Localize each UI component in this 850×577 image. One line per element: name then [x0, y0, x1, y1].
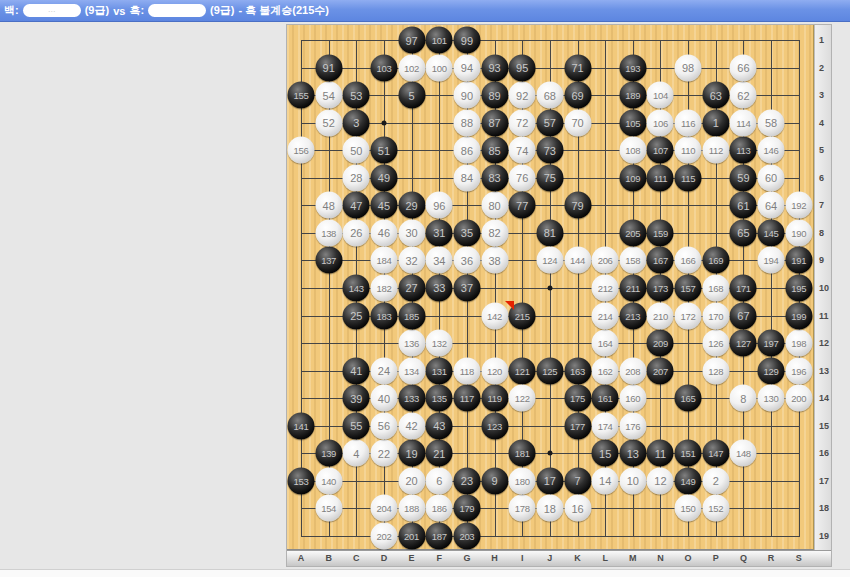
stone-59: 59 — [730, 164, 757, 191]
stone-71: 71 — [564, 54, 591, 81]
stone-157: 157 — [675, 274, 702, 301]
row-label-6: 6 — [819, 173, 824, 183]
stone-191: 191 — [785, 247, 812, 274]
stone-205: 205 — [619, 219, 646, 246]
stone-85: 85 — [481, 137, 508, 164]
stone-74: 74 — [509, 137, 536, 164]
stone-189: 189 — [619, 82, 646, 109]
vs-label: vs — [113, 5, 125, 17]
stone-155: 155 — [288, 82, 315, 109]
stone-134: 134 — [398, 357, 425, 384]
row-label-15: 15 — [819, 421, 829, 431]
stone-110: 110 — [675, 137, 702, 164]
stone-139: 139 — [315, 440, 342, 467]
stone-15: 15 — [592, 440, 619, 467]
stone-83: 83 — [481, 164, 508, 191]
stone-170: 170 — [702, 302, 729, 329]
row-label-10: 10 — [819, 283, 829, 293]
row-label-8: 8 — [819, 228, 824, 238]
row-label-7: 7 — [819, 200, 824, 210]
stone-56: 56 — [370, 412, 397, 439]
column-label-C: C — [353, 553, 360, 563]
stone-29: 29 — [398, 192, 425, 219]
stone-70: 70 — [564, 109, 591, 136]
stone-186: 186 — [426, 495, 453, 522]
stone-64: 64 — [758, 192, 785, 219]
stone-137: 137 — [315, 247, 342, 274]
stone-204: 204 — [370, 495, 397, 522]
stone-19: 19 — [398, 440, 425, 467]
stone-159: 159 — [647, 219, 674, 246]
white-player-label: 백: — [4, 3, 19, 18]
stone-108: 108 — [619, 137, 646, 164]
last-move-marker — [505, 301, 514, 310]
stone-167: 167 — [647, 247, 674, 274]
stone-142: 142 — [481, 302, 508, 329]
star-point — [381, 120, 386, 125]
stone-60: 60 — [758, 164, 785, 191]
stone-194: 194 — [758, 247, 785, 274]
stone-175: 175 — [564, 385, 591, 412]
stone-48: 48 — [315, 192, 342, 219]
stone-179: 179 — [453, 495, 480, 522]
stone-120: 120 — [481, 357, 508, 384]
stone-183: 183 — [370, 302, 397, 329]
row-label-4: 4 — [819, 118, 824, 128]
stone-77: 77 — [509, 192, 536, 219]
stone-57: 57 — [536, 109, 563, 136]
stone-180: 180 — [509, 467, 536, 494]
stone-26: 26 — [343, 219, 370, 246]
column-label-M: M — [629, 553, 637, 563]
stone-203: 203 — [453, 522, 480, 549]
stone-32: 32 — [398, 247, 425, 274]
column-label-F: F — [437, 553, 443, 563]
stone-41: 41 — [343, 357, 370, 384]
column-label-I: I — [521, 553, 524, 563]
redacted-black-player-name — [148, 4, 206, 17]
stone-112: 112 — [702, 137, 729, 164]
stone-163: 163 — [564, 357, 591, 384]
stone-153: 153 — [288, 467, 315, 494]
stone-141: 141 — [288, 412, 315, 439]
stone-116: 116 — [675, 109, 702, 136]
stone-103: 103 — [370, 54, 397, 81]
stone-65: 65 — [730, 219, 757, 246]
row-labels: 12345678910111213141516171819 — [814, 25, 831, 550]
stone-107: 107 — [647, 137, 674, 164]
stone-160: 160 — [619, 385, 646, 412]
stone-192: 192 — [785, 192, 812, 219]
stone-97: 97 — [398, 27, 425, 54]
stone-22: 22 — [370, 440, 397, 467]
bottom-page-strip — [0, 569, 850, 577]
stone-90: 90 — [453, 82, 480, 109]
row-label-16: 16 — [819, 448, 829, 458]
column-label-A: A — [298, 553, 305, 563]
stone-128: 128 — [702, 357, 729, 384]
stone-61: 61 — [730, 192, 757, 219]
stone-24: 24 — [370, 357, 397, 384]
stone-87: 87 — [481, 109, 508, 136]
game-result: - 흑 불계승(215수) — [239, 3, 329, 18]
stone-102: 102 — [398, 54, 425, 81]
stone-177: 177 — [564, 412, 591, 439]
stone-98: 98 — [675, 54, 702, 81]
stone-93: 93 — [481, 54, 508, 81]
black-player-label: 흑: — [129, 3, 144, 18]
stone-123: 123 — [481, 412, 508, 439]
stone-113: 113 — [730, 137, 757, 164]
stone-79: 79 — [564, 192, 591, 219]
stone-201: 201 — [398, 522, 425, 549]
stone-42: 42 — [398, 412, 425, 439]
stone-154: 154 — [315, 495, 342, 522]
stone-100: 100 — [426, 54, 453, 81]
stone-169: 169 — [702, 247, 729, 274]
stone-126: 126 — [702, 330, 729, 357]
stone-33: 33 — [426, 274, 453, 301]
stone-16: 16 — [564, 495, 591, 522]
stone-115: 115 — [675, 164, 702, 191]
stone-96: 96 — [426, 192, 453, 219]
stone-95: 95 — [509, 54, 536, 81]
column-label-S: S — [796, 553, 802, 563]
column-label-Q: Q — [740, 553, 747, 563]
stone-174: 174 — [592, 412, 619, 439]
stone-121: 121 — [509, 357, 536, 384]
stone-25: 25 — [343, 302, 370, 329]
stone-127: 127 — [730, 330, 757, 357]
stone-197: 197 — [758, 330, 785, 357]
stone-72: 72 — [509, 109, 536, 136]
stone-49: 49 — [370, 164, 397, 191]
stone-84: 84 — [453, 164, 480, 191]
stone-88: 88 — [453, 109, 480, 136]
stone-208: 208 — [619, 357, 646, 384]
stone-164: 164 — [592, 330, 619, 357]
stone-38: 38 — [481, 247, 508, 274]
stone-14: 14 — [592, 467, 619, 494]
stone-43: 43 — [426, 412, 453, 439]
stone-200: 200 — [785, 385, 812, 412]
stone-119: 119 — [481, 385, 508, 412]
stone-214: 214 — [592, 302, 619, 329]
column-label-E: E — [409, 553, 415, 563]
stone-45: 45 — [370, 192, 397, 219]
stone-172: 172 — [675, 302, 702, 329]
stone-147: 147 — [702, 440, 729, 467]
stone-2: 2 — [702, 467, 729, 494]
stone-51: 51 — [370, 137, 397, 164]
column-label-H: H — [491, 553, 498, 563]
stone-166: 166 — [675, 247, 702, 274]
stone-162: 162 — [592, 357, 619, 384]
stone-66: 66 — [730, 54, 757, 81]
stone-111: 111 — [647, 164, 674, 191]
stone-20: 20 — [398, 467, 425, 494]
stone-46: 46 — [370, 219, 397, 246]
stone-152: 152 — [702, 495, 729, 522]
stone-106: 106 — [647, 109, 674, 136]
stone-118: 118 — [453, 357, 480, 384]
stone-173: 173 — [647, 274, 674, 301]
stone-207: 207 — [647, 357, 674, 384]
stone-148: 148 — [730, 440, 757, 467]
row-label-19: 19 — [819, 531, 829, 541]
stone-10: 10 — [619, 467, 646, 494]
stone-4: 4 — [343, 440, 370, 467]
stone-17: 17 — [536, 467, 563, 494]
stone-130: 130 — [758, 385, 785, 412]
stone-184: 184 — [370, 247, 397, 274]
stone-140: 140 — [315, 467, 342, 494]
stone-92: 92 — [509, 82, 536, 109]
row-label-3: 3 — [819, 90, 824, 100]
stone-81: 81 — [536, 219, 563, 246]
stone-109: 109 — [619, 164, 646, 191]
stone-161: 161 — [592, 385, 619, 412]
star-point — [547, 451, 552, 456]
stone-182: 182 — [370, 274, 397, 301]
column-label-D: D — [381, 553, 388, 563]
stone-209: 209 — [647, 330, 674, 357]
stone-135: 135 — [426, 385, 453, 412]
stone-47: 47 — [343, 192, 370, 219]
title-bar: 백: … (9급) vs 흑: (9급) - 흑 불계승(215수) — [0, 0, 850, 22]
stone-187: 187 — [426, 522, 453, 549]
stone-18: 18 — [536, 495, 563, 522]
stone-213: 213 — [619, 302, 646, 329]
stone-89: 89 — [481, 82, 508, 109]
stone-86: 86 — [453, 137, 480, 164]
stone-58: 58 — [758, 109, 785, 136]
stone-151: 151 — [675, 440, 702, 467]
column-label-K: K — [574, 553, 581, 563]
stone-131: 131 — [426, 357, 453, 384]
go-board[interactable]: 1234567891011121314151617181920212223242… — [287, 25, 814, 550]
stone-210: 210 — [647, 302, 674, 329]
stone-21: 21 — [426, 440, 453, 467]
row-label-2: 2 — [819, 63, 824, 73]
stone-158: 158 — [619, 247, 646, 274]
stone-36: 36 — [453, 247, 480, 274]
stone-185: 185 — [398, 302, 425, 329]
stone-176: 176 — [619, 412, 646, 439]
stone-9: 9 — [481, 467, 508, 494]
stone-133: 133 — [398, 385, 425, 412]
stone-143: 143 — [343, 274, 370, 301]
stone-124: 124 — [536, 247, 563, 274]
white-player-rank: (9급) — [85, 3, 109, 18]
go-board-panel: 1234567891011121314151617181920212223242… — [286, 24, 832, 567]
stone-206: 206 — [592, 247, 619, 274]
row-label-5: 5 — [819, 145, 824, 155]
stone-105: 105 — [619, 109, 646, 136]
stone-7: 7 — [564, 467, 591, 494]
stone-40: 40 — [370, 385, 397, 412]
stone-202: 202 — [370, 522, 397, 549]
stone-104: 104 — [647, 82, 674, 109]
stone-31: 31 — [426, 219, 453, 246]
stone-190: 190 — [785, 219, 812, 246]
stone-146: 146 — [758, 137, 785, 164]
stone-39: 39 — [343, 385, 370, 412]
stone-138: 138 — [315, 219, 342, 246]
redacted-white-player-name: … — [23, 4, 81, 17]
star-point — [547, 285, 552, 290]
stone-11: 11 — [647, 440, 674, 467]
stone-80: 80 — [481, 192, 508, 219]
stone-28: 28 — [343, 164, 370, 191]
stone-195: 195 — [785, 274, 812, 301]
stone-178: 178 — [509, 495, 536, 522]
stone-55: 55 — [343, 412, 370, 439]
stone-12: 12 — [647, 467, 674, 494]
stone-125: 125 — [536, 357, 563, 384]
stone-5: 5 — [398, 82, 425, 109]
stone-35: 35 — [453, 219, 480, 246]
stone-6: 6 — [426, 467, 453, 494]
column-label-G: G — [463, 553, 470, 563]
stone-75: 75 — [536, 164, 563, 191]
stone-117: 117 — [453, 385, 480, 412]
stone-114: 114 — [730, 109, 757, 136]
row-label-11: 11 — [819, 311, 829, 321]
stone-63: 63 — [702, 82, 729, 109]
stone-73: 73 — [536, 137, 563, 164]
stone-82: 82 — [481, 219, 508, 246]
stone-129: 129 — [758, 357, 785, 384]
stone-198: 198 — [785, 330, 812, 357]
stone-13: 13 — [619, 440, 646, 467]
stone-149: 149 — [675, 467, 702, 494]
stone-94: 94 — [453, 54, 480, 81]
row-label-18: 18 — [819, 503, 829, 513]
stone-3: 3 — [343, 109, 370, 136]
stone-62: 62 — [730, 82, 757, 109]
stone-91: 91 — [315, 54, 342, 81]
row-label-17: 17 — [819, 476, 829, 486]
row-label-9: 9 — [819, 255, 824, 265]
column-label-N: N — [657, 553, 664, 563]
stone-23: 23 — [453, 467, 480, 494]
stone-196: 196 — [785, 357, 812, 384]
stone-165: 165 — [675, 385, 702, 412]
stone-67: 67 — [730, 302, 757, 329]
stone-150: 150 — [675, 495, 702, 522]
stone-53: 53 — [343, 82, 370, 109]
stone-156: 156 — [288, 137, 315, 164]
column-labels: ABCDEFGHIJKLMNOPQRS — [287, 550, 831, 566]
stone-145: 145 — [758, 219, 785, 246]
row-label-1: 1 — [819, 35, 824, 45]
column-label-J: J — [547, 553, 552, 563]
stone-212: 212 — [592, 274, 619, 301]
column-label-P: P — [713, 553, 719, 563]
stone-27: 27 — [398, 274, 425, 301]
stone-8: 8 — [730, 385, 757, 412]
row-label-12: 12 — [819, 338, 829, 348]
stone-132: 132 — [426, 330, 453, 357]
stone-122: 122 — [509, 385, 536, 412]
stone-168: 168 — [702, 274, 729, 301]
stone-76: 76 — [509, 164, 536, 191]
black-player-rank: (9급) — [210, 3, 234, 18]
stone-99: 99 — [453, 27, 480, 54]
stone-101: 101 — [426, 27, 453, 54]
stone-211: 211 — [619, 274, 646, 301]
stone-181: 181 — [509, 440, 536, 467]
stone-171: 171 — [730, 274, 757, 301]
stone-37: 37 — [453, 274, 480, 301]
stone-199: 199 — [785, 302, 812, 329]
stone-54: 54 — [315, 82, 342, 109]
column-label-O: O — [685, 553, 692, 563]
stone-34: 34 — [426, 247, 453, 274]
stone-193: 193 — [619, 54, 646, 81]
row-label-13: 13 — [819, 366, 829, 376]
stone-30: 30 — [398, 219, 425, 246]
stone-68: 68 — [536, 82, 563, 109]
stone-144: 144 — [564, 247, 591, 274]
column-label-L: L — [602, 553, 608, 563]
stone-69: 69 — [564, 82, 591, 109]
stone-50: 50 — [343, 137, 370, 164]
stone-136: 136 — [398, 330, 425, 357]
row-label-14: 14 — [819, 393, 829, 403]
stone-1: 1 — [702, 109, 729, 136]
stone-52: 52 — [315, 109, 342, 136]
column-label-R: R — [768, 553, 775, 563]
stone-188: 188 — [398, 495, 425, 522]
column-label-B: B — [325, 553, 332, 563]
